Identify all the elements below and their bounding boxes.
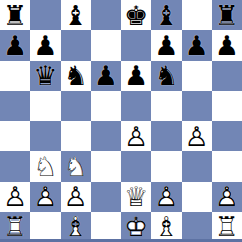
square-c6[interactable]: ♞ — [61, 61, 91, 91]
white-pawn-outline: ♙ — [124, 123, 148, 150]
square-g2[interactable] — [182, 182, 212, 212]
white-knight: ♞♘ — [30, 151, 60, 181]
square-a3[interactable] — [0, 151, 30, 181]
square-f8[interactable]: ♝ — [151, 0, 181, 30]
square-d6[interactable]: ♟ — [91, 61, 121, 91]
white-pawn-outline: ♙ — [64, 183, 88, 210]
square-g7[interactable]: ♟ — [182, 30, 212, 60]
white-queen-outline: ♕ — [124, 183, 148, 210]
black-bishop: ♝ — [61, 0, 91, 30]
black-king: ♚ — [121, 0, 151, 30]
white-rook-outline: ♖ — [3, 213, 27, 240]
square-c1[interactable]: ♝♗ — [61, 212, 91, 242]
square-e2[interactable]: ♛♕ — [121, 182, 151, 212]
white-pawn: ♟♙ — [0, 182, 30, 212]
square-e5[interactable] — [121, 91, 151, 121]
white-pawn: ♟♙ — [151, 182, 181, 212]
black-pawn: ♟ — [91, 61, 121, 91]
square-e8[interactable]: ♚ — [121, 0, 151, 30]
square-f2[interactable]: ♟♙ — [151, 182, 181, 212]
square-d7[interactable] — [91, 30, 121, 60]
square-g5[interactable] — [182, 91, 212, 121]
square-g6[interactable] — [182, 61, 212, 91]
white-pawn: ♟♙ — [61, 182, 91, 212]
white-pawn: ♟♙ — [30, 182, 60, 212]
square-h5[interactable] — [212, 91, 242, 121]
square-h3[interactable] — [212, 151, 242, 181]
square-d1[interactable] — [91, 212, 121, 242]
square-e3[interactable] — [121, 151, 151, 181]
square-b4[interactable] — [30, 121, 60, 151]
square-b7[interactable]: ♟ — [30, 30, 60, 60]
black-rook: ♜ — [212, 0, 242, 30]
white-pawn-outline: ♙ — [33, 183, 57, 210]
white-pawn-outline: ♙ — [3, 183, 27, 210]
square-d5[interactable] — [91, 91, 121, 121]
white-bishop: ♝♗ — [61, 212, 91, 242]
square-c4[interactable] — [61, 121, 91, 151]
square-e4[interactable]: ♟♙ — [121, 121, 151, 151]
white-knight-outline: ♘ — [64, 153, 88, 180]
square-h6[interactable] — [212, 61, 242, 91]
white-pawn: ♟♙ — [182, 121, 212, 151]
square-f5[interactable] — [151, 91, 181, 121]
square-f1[interactable]: ♝♗ — [151, 212, 181, 242]
square-h2[interactable]: ♟♙ — [212, 182, 242, 212]
white-pawn-outline: ♙ — [154, 183, 178, 210]
chess-board: ♜♝♚♝♜♟♟♟♟♟♛♞♟♟♞♟♙♟♙♞♘♞♘♟♙♟♙♟♙♛♕♟♙♟♙♜♖♝♗♚… — [0, 0, 242, 242]
white-rook-outline: ♖ — [215, 213, 239, 240]
square-g1[interactable] — [182, 212, 212, 242]
white-bishop-outline: ♗ — [64, 213, 88, 240]
square-b5[interactable] — [30, 91, 60, 121]
white-pawn: ♟♙ — [121, 121, 151, 151]
square-a2[interactable]: ♟♙ — [0, 182, 30, 212]
white-rook: ♜♖ — [0, 212, 30, 242]
square-d2[interactable] — [91, 182, 121, 212]
square-h1[interactable]: ♜♖ — [212, 212, 242, 242]
black-rook: ♜ — [0, 0, 30, 30]
square-h8[interactable]: ♜ — [212, 0, 242, 30]
square-c2[interactable]: ♟♙ — [61, 182, 91, 212]
square-c3[interactable]: ♞♘ — [61, 151, 91, 181]
square-c7[interactable] — [61, 30, 91, 60]
square-b6[interactable]: ♛ — [30, 61, 60, 91]
square-g3[interactable] — [182, 151, 212, 181]
black-pawn: ♟ — [212, 30, 242, 60]
chess-board-grid: ♜♝♚♝♜♟♟♟♟♟♛♞♟♟♞♟♙♟♙♞♘♞♘♟♙♟♙♟♙♛♕♟♙♟♙♜♖♝♗♚… — [0, 0, 242, 242]
square-f7[interactable]: ♟ — [151, 30, 181, 60]
square-a5[interactable] — [0, 91, 30, 121]
black-queen: ♛ — [30, 61, 60, 91]
square-a1[interactable]: ♜♖ — [0, 212, 30, 242]
square-d3[interactable] — [91, 151, 121, 181]
white-knight-outline: ♘ — [33, 153, 57, 180]
black-pawn: ♟ — [121, 61, 151, 91]
white-king: ♚♔ — [121, 212, 151, 242]
square-e7[interactable] — [121, 30, 151, 60]
square-c5[interactable] — [61, 91, 91, 121]
square-b2[interactable]: ♟♙ — [30, 182, 60, 212]
square-e1[interactable]: ♚♔ — [121, 212, 151, 242]
square-f3[interactable] — [151, 151, 181, 181]
square-h4[interactable] — [212, 121, 242, 151]
black-pawn: ♟ — [182, 30, 212, 60]
white-pawn-outline: ♙ — [185, 123, 209, 150]
white-king-outline: ♔ — [124, 213, 148, 240]
square-a6[interactable] — [0, 61, 30, 91]
white-pawn-outline: ♙ — [215, 183, 239, 210]
square-h7[interactable]: ♟ — [212, 30, 242, 60]
white-queen: ♛♕ — [121, 182, 151, 212]
square-c8[interactable]: ♝ — [61, 0, 91, 30]
black-pawn: ♟ — [30, 30, 60, 60]
square-b8[interactable] — [30, 0, 60, 30]
black-knight: ♞ — [61, 61, 91, 91]
white-pawn: ♟♙ — [212, 182, 242, 212]
square-d8[interactable] — [91, 0, 121, 30]
black-pawn: ♟ — [151, 30, 181, 60]
square-f4[interactable] — [151, 121, 181, 151]
square-b1[interactable] — [30, 212, 60, 242]
black-knight: ♞ — [151, 61, 181, 91]
square-d4[interactable] — [91, 121, 121, 151]
square-g8[interactable] — [182, 0, 212, 30]
square-f6[interactable]: ♞ — [151, 61, 181, 91]
square-g4[interactable]: ♟♙ — [182, 121, 212, 151]
white-rook: ♜♖ — [212, 212, 242, 242]
white-bishop: ♝♗ — [151, 212, 181, 242]
square-a7[interactable]: ♟ — [0, 30, 30, 60]
square-a4[interactable] — [0, 121, 30, 151]
white-knight: ♞♘ — [61, 151, 91, 181]
square-b3[interactable]: ♞♘ — [30, 151, 60, 181]
black-pawn: ♟ — [0, 30, 30, 60]
square-a8[interactable]: ♜ — [0, 0, 30, 30]
black-bishop: ♝ — [151, 0, 181, 30]
white-bishop-outline: ♗ — [154, 213, 178, 240]
square-e6[interactable]: ♟ — [121, 61, 151, 91]
